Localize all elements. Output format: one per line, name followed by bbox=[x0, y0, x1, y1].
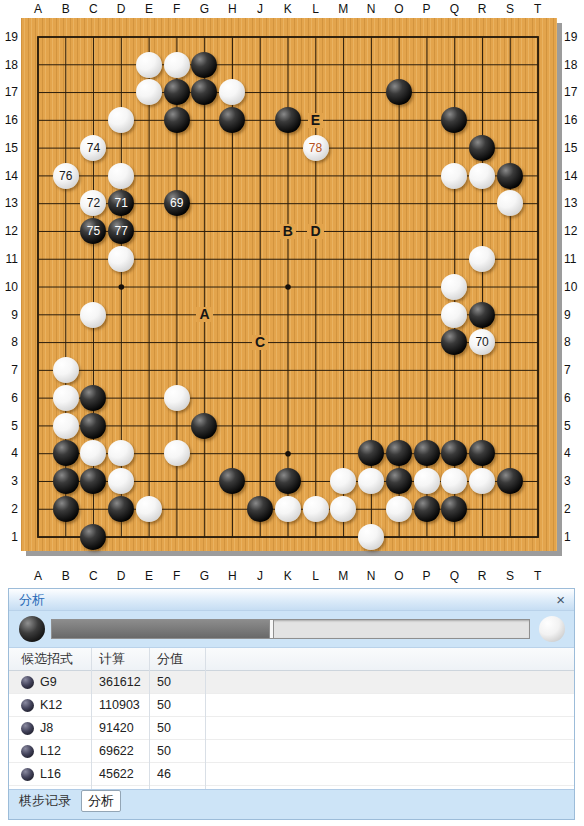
point-O19[interactable] bbox=[385, 23, 413, 51]
point-M19[interactable] bbox=[329, 23, 357, 51]
point-S17[interactable] bbox=[496, 79, 524, 107]
point-S5[interactable] bbox=[496, 412, 524, 440]
point-T5[interactable] bbox=[524, 412, 552, 440]
point-P1[interactable] bbox=[413, 523, 441, 551]
point-T17[interactable] bbox=[524, 79, 552, 107]
header-calculation[interactable]: 计算 bbox=[91, 650, 149, 668]
point-K13[interactable] bbox=[274, 190, 302, 218]
tab-move-record[interactable]: 棋步记录 bbox=[19, 792, 71, 810]
point-B16[interactable] bbox=[52, 106, 80, 134]
point-R18[interactable] bbox=[468, 51, 496, 79]
point-R2[interactable] bbox=[468, 495, 496, 523]
point-J19[interactable] bbox=[246, 23, 274, 51]
point-E9[interactable] bbox=[135, 301, 163, 329]
point-K2[interactable] bbox=[274, 495, 302, 523]
point-T13[interactable] bbox=[524, 190, 552, 218]
point-N10[interactable] bbox=[357, 273, 385, 301]
point-F8[interactable] bbox=[163, 328, 191, 356]
point-C4[interactable] bbox=[80, 439, 108, 467]
point-Q9[interactable] bbox=[440, 301, 468, 329]
point-F3[interactable] bbox=[163, 467, 191, 495]
point-S18[interactable] bbox=[496, 51, 524, 79]
point-L2[interactable] bbox=[302, 495, 330, 523]
point-E1[interactable] bbox=[135, 523, 163, 551]
analysis-row-L12[interactable]: L126962250 bbox=[9, 740, 574, 763]
point-O18[interactable] bbox=[385, 51, 413, 79]
point-N17[interactable] bbox=[357, 79, 385, 107]
point-D17[interactable] bbox=[107, 79, 135, 107]
point-D7[interactable] bbox=[107, 356, 135, 384]
point-G7[interactable] bbox=[191, 356, 219, 384]
point-F12[interactable] bbox=[163, 217, 191, 245]
point-F7[interactable] bbox=[163, 356, 191, 384]
point-J3[interactable] bbox=[246, 467, 274, 495]
point-S9[interactable] bbox=[496, 301, 524, 329]
point-Q15[interactable] bbox=[440, 134, 468, 162]
point-H13[interactable] bbox=[218, 190, 246, 218]
point-K6[interactable] bbox=[274, 384, 302, 412]
analysis-row-J8[interactable]: J89142050 bbox=[9, 717, 574, 740]
point-C15[interactable]: 74 bbox=[80, 134, 108, 162]
point-S2[interactable] bbox=[496, 495, 524, 523]
point-T11[interactable] bbox=[524, 245, 552, 273]
point-E17[interactable] bbox=[135, 79, 163, 107]
point-M6[interactable] bbox=[329, 384, 357, 412]
point-M11[interactable] bbox=[329, 245, 357, 273]
point-B18[interactable] bbox=[52, 51, 80, 79]
point-F15[interactable] bbox=[163, 134, 191, 162]
point-C18[interactable] bbox=[80, 51, 108, 79]
point-O12[interactable] bbox=[385, 217, 413, 245]
point-M1[interactable] bbox=[329, 523, 357, 551]
point-A10[interactable] bbox=[24, 273, 52, 301]
point-G6[interactable] bbox=[191, 384, 219, 412]
point-E10[interactable] bbox=[135, 273, 163, 301]
point-T12[interactable] bbox=[524, 217, 552, 245]
point-S12[interactable] bbox=[496, 217, 524, 245]
point-R11[interactable] bbox=[468, 245, 496, 273]
point-R17[interactable] bbox=[468, 79, 496, 107]
point-N15[interactable] bbox=[357, 134, 385, 162]
point-K3[interactable] bbox=[274, 467, 302, 495]
point-J12[interactable] bbox=[246, 217, 274, 245]
point-N12[interactable] bbox=[357, 217, 385, 245]
point-B14[interactable]: 76 bbox=[52, 162, 80, 190]
point-A4[interactable] bbox=[24, 439, 52, 467]
point-B13[interactable] bbox=[52, 190, 80, 218]
point-T6[interactable] bbox=[524, 384, 552, 412]
point-J11[interactable] bbox=[246, 245, 274, 273]
point-N7[interactable] bbox=[357, 356, 385, 384]
point-P11[interactable] bbox=[413, 245, 441, 273]
point-M8[interactable] bbox=[329, 328, 357, 356]
point-T3[interactable] bbox=[524, 467, 552, 495]
point-F9[interactable] bbox=[163, 301, 191, 329]
point-S7[interactable] bbox=[496, 356, 524, 384]
point-E13[interactable] bbox=[135, 190, 163, 218]
point-O9[interactable] bbox=[385, 301, 413, 329]
point-L10[interactable] bbox=[302, 273, 330, 301]
point-G8[interactable] bbox=[191, 328, 219, 356]
point-S15[interactable] bbox=[496, 134, 524, 162]
point-C8[interactable] bbox=[80, 328, 108, 356]
point-H4[interactable] bbox=[218, 439, 246, 467]
point-C14[interactable] bbox=[80, 162, 108, 190]
point-E11[interactable] bbox=[135, 245, 163, 273]
point-B17[interactable] bbox=[52, 79, 80, 107]
point-N13[interactable] bbox=[357, 190, 385, 218]
point-M10[interactable] bbox=[329, 273, 357, 301]
point-O16[interactable] bbox=[385, 106, 413, 134]
point-T10[interactable] bbox=[524, 273, 552, 301]
point-B2[interactable] bbox=[52, 495, 80, 523]
point-C10[interactable] bbox=[80, 273, 108, 301]
point-N18[interactable] bbox=[357, 51, 385, 79]
point-A16[interactable] bbox=[24, 106, 52, 134]
point-O10[interactable] bbox=[385, 273, 413, 301]
point-D16[interactable] bbox=[107, 106, 135, 134]
point-H12[interactable] bbox=[218, 217, 246, 245]
point-F11[interactable] bbox=[163, 245, 191, 273]
point-P18[interactable] bbox=[413, 51, 441, 79]
point-N14[interactable] bbox=[357, 162, 385, 190]
point-K4[interactable] bbox=[274, 439, 302, 467]
point-P13[interactable] bbox=[413, 190, 441, 218]
point-O4[interactable] bbox=[385, 439, 413, 467]
point-P3[interactable] bbox=[413, 467, 441, 495]
point-K19[interactable] bbox=[274, 23, 302, 51]
point-C5[interactable] bbox=[80, 412, 108, 440]
point-P5[interactable] bbox=[413, 412, 441, 440]
point-N16[interactable] bbox=[357, 106, 385, 134]
point-M16[interactable] bbox=[329, 106, 357, 134]
point-R13[interactable] bbox=[468, 190, 496, 218]
point-S6[interactable] bbox=[496, 384, 524, 412]
point-E7[interactable] bbox=[135, 356, 163, 384]
point-J4[interactable] bbox=[246, 439, 274, 467]
point-G18[interactable] bbox=[191, 51, 219, 79]
point-L15[interactable]: 78 bbox=[302, 134, 330, 162]
point-C12[interactable]: 75 bbox=[80, 217, 108, 245]
point-J17[interactable] bbox=[246, 79, 274, 107]
point-A18[interactable] bbox=[24, 51, 52, 79]
point-P10[interactable] bbox=[413, 273, 441, 301]
point-S10[interactable] bbox=[496, 273, 524, 301]
point-F14[interactable] bbox=[163, 162, 191, 190]
point-P14[interactable] bbox=[413, 162, 441, 190]
point-L5[interactable] bbox=[302, 412, 330, 440]
point-C17[interactable] bbox=[80, 79, 108, 107]
point-E8[interactable] bbox=[135, 328, 163, 356]
point-J13[interactable] bbox=[246, 190, 274, 218]
point-G13[interactable] bbox=[191, 190, 219, 218]
point-C7[interactable] bbox=[80, 356, 108, 384]
point-P4[interactable] bbox=[413, 439, 441, 467]
point-G9[interactable]: A bbox=[191, 301, 219, 329]
point-K18[interactable] bbox=[274, 51, 302, 79]
point-G5[interactable] bbox=[191, 412, 219, 440]
point-B11[interactable] bbox=[52, 245, 80, 273]
point-H10[interactable] bbox=[218, 273, 246, 301]
point-Q19[interactable] bbox=[440, 23, 468, 51]
point-N4[interactable] bbox=[357, 439, 385, 467]
point-A15[interactable] bbox=[24, 134, 52, 162]
point-P2[interactable] bbox=[413, 495, 441, 523]
point-Q16[interactable] bbox=[440, 106, 468, 134]
point-C3[interactable] bbox=[80, 467, 108, 495]
point-K10[interactable] bbox=[274, 273, 302, 301]
point-F10[interactable] bbox=[163, 273, 191, 301]
point-H18[interactable] bbox=[218, 51, 246, 79]
point-C11[interactable] bbox=[80, 245, 108, 273]
point-D15[interactable] bbox=[107, 134, 135, 162]
point-H9[interactable] bbox=[218, 301, 246, 329]
point-B3[interactable] bbox=[52, 467, 80, 495]
point-C9[interactable] bbox=[80, 301, 108, 329]
point-A9[interactable] bbox=[24, 301, 52, 329]
point-E2[interactable] bbox=[135, 495, 163, 523]
point-S13[interactable] bbox=[496, 190, 524, 218]
point-S1[interactable] bbox=[496, 523, 524, 551]
point-O5[interactable] bbox=[385, 412, 413, 440]
point-O2[interactable] bbox=[385, 495, 413, 523]
point-H7[interactable] bbox=[218, 356, 246, 384]
point-D8[interactable] bbox=[107, 328, 135, 356]
point-F19[interactable] bbox=[163, 23, 191, 51]
point-P16[interactable] bbox=[413, 106, 441, 134]
point-L7[interactable] bbox=[302, 356, 330, 384]
point-E16[interactable] bbox=[135, 106, 163, 134]
point-A5[interactable] bbox=[24, 412, 52, 440]
point-N5[interactable] bbox=[357, 412, 385, 440]
point-D6[interactable] bbox=[107, 384, 135, 412]
point-H3[interactable] bbox=[218, 467, 246, 495]
point-H2[interactable] bbox=[218, 495, 246, 523]
point-A14[interactable] bbox=[24, 162, 52, 190]
point-J1[interactable] bbox=[246, 523, 274, 551]
point-B6[interactable] bbox=[52, 384, 80, 412]
point-B9[interactable] bbox=[52, 301, 80, 329]
point-G1[interactable] bbox=[191, 523, 219, 551]
point-Q3[interactable] bbox=[440, 467, 468, 495]
point-T16[interactable] bbox=[524, 106, 552, 134]
point-K1[interactable] bbox=[274, 523, 302, 551]
point-J10[interactable] bbox=[246, 273, 274, 301]
point-T4[interactable] bbox=[524, 439, 552, 467]
point-M5[interactable] bbox=[329, 412, 357, 440]
point-O6[interactable] bbox=[385, 384, 413, 412]
point-O7[interactable] bbox=[385, 356, 413, 384]
point-G3[interactable] bbox=[191, 467, 219, 495]
point-M3[interactable] bbox=[329, 467, 357, 495]
point-M15[interactable] bbox=[329, 134, 357, 162]
point-J18[interactable] bbox=[246, 51, 274, 79]
point-R6[interactable] bbox=[468, 384, 496, 412]
point-C19[interactable] bbox=[80, 23, 108, 51]
point-D14[interactable] bbox=[107, 162, 135, 190]
point-K5[interactable] bbox=[274, 412, 302, 440]
point-H16[interactable] bbox=[218, 106, 246, 134]
point-T1[interactable] bbox=[524, 523, 552, 551]
point-C1[interactable] bbox=[80, 523, 108, 551]
point-O17[interactable] bbox=[385, 79, 413, 107]
point-K8[interactable] bbox=[274, 328, 302, 356]
analysis-row-L16[interactable]: L164562246 bbox=[9, 763, 574, 786]
point-P7[interactable] bbox=[413, 356, 441, 384]
point-C2[interactable] bbox=[80, 495, 108, 523]
point-T2[interactable] bbox=[524, 495, 552, 523]
point-G15[interactable] bbox=[191, 134, 219, 162]
point-A3[interactable] bbox=[24, 467, 52, 495]
point-Q13[interactable] bbox=[440, 190, 468, 218]
point-F6[interactable] bbox=[163, 384, 191, 412]
point-G2[interactable] bbox=[191, 495, 219, 523]
point-T9[interactable] bbox=[524, 301, 552, 329]
point-N11[interactable] bbox=[357, 245, 385, 273]
point-Q10[interactable] bbox=[440, 273, 468, 301]
point-D4[interactable] bbox=[107, 439, 135, 467]
point-E15[interactable] bbox=[135, 134, 163, 162]
point-A11[interactable] bbox=[24, 245, 52, 273]
point-R3[interactable] bbox=[468, 467, 496, 495]
point-D19[interactable] bbox=[107, 23, 135, 51]
point-J15[interactable] bbox=[246, 134, 274, 162]
point-H19[interactable] bbox=[218, 23, 246, 51]
point-L19[interactable] bbox=[302, 23, 330, 51]
point-D9[interactable] bbox=[107, 301, 135, 329]
point-F4[interactable] bbox=[163, 439, 191, 467]
point-S16[interactable] bbox=[496, 106, 524, 134]
point-L17[interactable] bbox=[302, 79, 330, 107]
point-T14[interactable] bbox=[524, 162, 552, 190]
point-R16[interactable] bbox=[468, 106, 496, 134]
point-L11[interactable] bbox=[302, 245, 330, 273]
point-M4[interactable] bbox=[329, 439, 357, 467]
point-K12[interactable]: B bbox=[274, 217, 302, 245]
point-F17[interactable] bbox=[163, 79, 191, 107]
point-O1[interactable] bbox=[385, 523, 413, 551]
point-L18[interactable] bbox=[302, 51, 330, 79]
point-A13[interactable] bbox=[24, 190, 52, 218]
point-Q8[interactable] bbox=[440, 328, 468, 356]
point-E14[interactable] bbox=[135, 162, 163, 190]
point-A2[interactable] bbox=[24, 495, 52, 523]
point-S8[interactable] bbox=[496, 328, 524, 356]
point-D18[interactable] bbox=[107, 51, 135, 79]
point-J8[interactable]: C bbox=[246, 328, 274, 356]
point-H15[interactable] bbox=[218, 134, 246, 162]
point-R5[interactable] bbox=[468, 412, 496, 440]
point-A12[interactable] bbox=[24, 217, 52, 245]
point-Q5[interactable] bbox=[440, 412, 468, 440]
point-Q14[interactable] bbox=[440, 162, 468, 190]
point-J16[interactable] bbox=[246, 106, 274, 134]
point-A6[interactable] bbox=[24, 384, 52, 412]
point-K14[interactable] bbox=[274, 162, 302, 190]
point-J7[interactable] bbox=[246, 356, 274, 384]
point-N19[interactable] bbox=[357, 23, 385, 51]
point-M18[interactable] bbox=[329, 51, 357, 79]
point-G10[interactable] bbox=[191, 273, 219, 301]
point-A1[interactable] bbox=[24, 523, 52, 551]
point-C16[interactable] bbox=[80, 106, 108, 134]
point-S19[interactable] bbox=[496, 23, 524, 51]
point-R7[interactable] bbox=[468, 356, 496, 384]
point-H17[interactable] bbox=[218, 79, 246, 107]
analysis-row-K12[interactable]: K1211090350 bbox=[9, 694, 574, 717]
point-M12[interactable] bbox=[329, 217, 357, 245]
point-H1[interactable] bbox=[218, 523, 246, 551]
point-G19[interactable] bbox=[191, 23, 219, 51]
point-T7[interactable] bbox=[524, 356, 552, 384]
analysis-row-G9[interactable]: G936161250 bbox=[9, 671, 574, 694]
point-H6[interactable] bbox=[218, 384, 246, 412]
point-B5[interactable] bbox=[52, 412, 80, 440]
point-R19[interactable] bbox=[468, 23, 496, 51]
point-P19[interactable] bbox=[413, 23, 441, 51]
point-C6[interactable] bbox=[80, 384, 108, 412]
point-Q11[interactable] bbox=[440, 245, 468, 273]
point-K11[interactable] bbox=[274, 245, 302, 273]
point-G12[interactable] bbox=[191, 217, 219, 245]
point-O11[interactable] bbox=[385, 245, 413, 273]
point-J9[interactable] bbox=[246, 301, 274, 329]
point-K7[interactable] bbox=[274, 356, 302, 384]
point-K16[interactable] bbox=[274, 106, 302, 134]
point-J5[interactable] bbox=[246, 412, 274, 440]
point-M2[interactable] bbox=[329, 495, 357, 523]
point-Q18[interactable] bbox=[440, 51, 468, 79]
point-M13[interactable] bbox=[329, 190, 357, 218]
point-B12[interactable] bbox=[52, 217, 80, 245]
point-Q4[interactable] bbox=[440, 439, 468, 467]
point-L3[interactable] bbox=[302, 467, 330, 495]
point-R10[interactable] bbox=[468, 273, 496, 301]
point-T8[interactable] bbox=[524, 328, 552, 356]
point-Q12[interactable] bbox=[440, 217, 468, 245]
point-E5[interactable] bbox=[135, 412, 163, 440]
point-B8[interactable] bbox=[52, 328, 80, 356]
point-N2[interactable] bbox=[357, 495, 385, 523]
point-M9[interactable] bbox=[329, 301, 357, 329]
point-A7[interactable] bbox=[24, 356, 52, 384]
point-Q6[interactable] bbox=[440, 384, 468, 412]
point-L9[interactable] bbox=[302, 301, 330, 329]
point-N8[interactable] bbox=[357, 328, 385, 356]
header-score[interactable]: 分值 bbox=[149, 650, 183, 668]
close-icon[interactable]: × bbox=[556, 589, 565, 610]
point-S4[interactable] bbox=[496, 439, 524, 467]
point-L6[interactable] bbox=[302, 384, 330, 412]
point-R14[interactable] bbox=[468, 162, 496, 190]
point-O13[interactable] bbox=[385, 190, 413, 218]
point-Q7[interactable] bbox=[440, 356, 468, 384]
point-E3[interactable] bbox=[135, 467, 163, 495]
point-M14[interactable] bbox=[329, 162, 357, 190]
point-O3[interactable] bbox=[385, 467, 413, 495]
point-E12[interactable] bbox=[135, 217, 163, 245]
point-C13[interactable]: 72 bbox=[80, 190, 108, 218]
point-Q17[interactable] bbox=[440, 79, 468, 107]
point-B10[interactable] bbox=[52, 273, 80, 301]
point-L13[interactable] bbox=[302, 190, 330, 218]
point-H14[interactable] bbox=[218, 162, 246, 190]
point-B4[interactable] bbox=[52, 439, 80, 467]
point-D11[interactable] bbox=[107, 245, 135, 273]
point-M17[interactable] bbox=[329, 79, 357, 107]
point-K15[interactable] bbox=[274, 134, 302, 162]
point-B1[interactable] bbox=[52, 523, 80, 551]
